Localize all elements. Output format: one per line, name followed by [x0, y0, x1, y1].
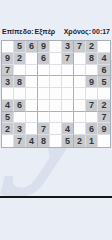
sudoku-cell-r8c3[interactable] [26, 123, 38, 135]
sudoku-cell-r6c3[interactable] [26, 100, 38, 112]
sudoku-cell-r6c9[interactable]: 2 [98, 100, 110, 112]
sudoku-cell-r2c2[interactable]: 2 [14, 53, 26, 65]
sudoku-cell-r8c1[interactable]: 2 [2, 123, 14, 135]
sudoku-cell-r5c1[interactable] [2, 88, 14, 100]
sudoku-cell-r7c5[interactable] [50, 112, 62, 124]
sudoku-cell-r4c1[interactable]: 3 [2, 76, 14, 88]
sudoku-cell-r3c8[interactable] [86, 65, 98, 77]
time-value: 00:17 [92, 28, 110, 35]
sudoku-cell-r2c3[interactable] [26, 53, 38, 65]
sudoku-cell-r9c3[interactable]: 4 [26, 135, 38, 147]
sudoku-cell-r6c2[interactable]: 6 [14, 100, 26, 112]
sudoku-cell-r7c9[interactable]: 7 [98, 112, 110, 124]
sudoku-cell-r1c7[interactable]: 7 [74, 41, 86, 53]
sudoku-cell-r5c8[interactable] [86, 88, 98, 100]
sudoku-cell-r5c6[interactable] [62, 88, 74, 100]
sudoku-cell-r1c4[interactable]: 9 [38, 41, 50, 53]
sudoku-cell-r5c9[interactable] [98, 88, 110, 100]
sudoku-cell-r6c5[interactable] [50, 100, 62, 112]
sudoku-cell-r3c9[interactable]: 6 [98, 65, 110, 77]
sudoku-cell-r7c1[interactable]: 5 [2, 112, 14, 124]
sudoku-cell-r9c6[interactable]: 5 [62, 135, 74, 147]
sudoku-cell-r2c8[interactable]: 8 [86, 53, 98, 65]
sudoku-cell-r4c9[interactable]: 5 [98, 76, 110, 88]
sudoku-cell-r6c8[interactable]: 7 [86, 100, 98, 112]
sudoku-cell-r9c2[interactable]: 7 [14, 135, 26, 147]
sudoku-cell-r1c6[interactable]: 3 [62, 41, 74, 53]
sudoku-cell-r4c3[interactable] [26, 76, 38, 88]
level-indicator: Επίπεδο: Εξπέρ [2, 28, 55, 35]
sudoku-cell-r8c8[interactable]: 6 [86, 123, 98, 135]
sudoku-cell-r8c5[interactable] [50, 123, 62, 135]
sudoku-cell-r2c7[interactable] [74, 53, 86, 65]
time-label: Χρόνος: [64, 28, 91, 35]
sudoku-cell-r6c6[interactable] [62, 100, 74, 112]
sudoku-cell-r5c3[interactable] [26, 88, 38, 100]
sudoku-cell-r3c3[interactable] [26, 65, 38, 77]
sudoku-cell-r7c8[interactable] [86, 112, 98, 124]
sudoku-cell-r6c1[interactable]: 4 [2, 100, 14, 112]
sudoku-cell-r7c7[interactable] [74, 112, 86, 124]
sudoku-cell-r4c4[interactable] [38, 76, 50, 88]
sudoku-cell-r9c7[interactable]: 2 [74, 135, 86, 147]
sudoku-cell-r8c4[interactable]: 7 [38, 123, 50, 135]
sudoku-cell-r5c7[interactable] [74, 88, 86, 100]
sudoku-cell-r5c2[interactable] [14, 88, 26, 100]
sudoku-cell-r3c7[interactable] [74, 65, 86, 77]
sudoku-cell-r5c4[interactable] [38, 88, 50, 100]
sudoku-cell-r2c5[interactable] [50, 53, 62, 65]
sudoku-cell-r9c1[interactable] [2, 135, 14, 147]
sudoku-cell-r4c7[interactable] [74, 76, 86, 88]
sudoku-cell-r1c3[interactable]: 6 [26, 41, 38, 53]
sudoku-board[interactable]: 569372926784763895467257237469748521 [1, 40, 111, 148]
sudoku-cell-r8c6[interactable]: 4 [62, 123, 74, 135]
sudoku-cell-r3c6[interactable] [62, 65, 74, 77]
sudoku-cell-r5c5[interactable] [50, 88, 62, 100]
status-bar: Επίπεδο: Εξπέρ Χρόνος: 00:17 [2, 26, 110, 37]
sudoku-cell-r1c2[interactable]: 5 [14, 41, 26, 53]
sudoku-cell-r7c6[interactable] [62, 112, 74, 124]
sudoku-cell-r2c6[interactable]: 7 [62, 53, 74, 65]
sudoku-cell-r1c5[interactable] [50, 41, 62, 53]
timer-indicator: Χρόνος: 00:17 [64, 28, 110, 35]
sudoku-cell-r4c6[interactable] [62, 76, 74, 88]
sudoku-cell-r3c1[interactable]: 7 [2, 65, 14, 77]
sudoku-cell-r4c2[interactable]: 8 [14, 76, 26, 88]
sudoku-cell-r3c4[interactable] [38, 65, 50, 77]
sudoku-cell-r1c9[interactable] [98, 41, 110, 53]
sudoku-cell-r3c5[interactable] [50, 65, 62, 77]
sudoku-cell-r7c2[interactable] [14, 112, 26, 124]
sudoku-cell-r8c7[interactable] [74, 123, 86, 135]
sudoku-cell-r4c8[interactable]: 9 [86, 76, 98, 88]
sudoku-cell-r2c1[interactable]: 9 [2, 53, 14, 65]
sudoku-cell-r7c3[interactable] [26, 112, 38, 124]
sudoku-cell-r6c7[interactable] [74, 100, 86, 112]
sudoku-cell-r1c8[interactable]: 2 [86, 41, 98, 53]
sudoku-cell-r3c2[interactable] [14, 65, 26, 77]
sudoku-cell-r8c2[interactable]: 3 [14, 123, 26, 135]
sudoku-cell-r4c5[interactable] [50, 76, 62, 88]
sudoku-cell-r2c4[interactable]: 6 [38, 53, 50, 65]
level-label: Επίπεδο: [2, 28, 34, 35]
sudoku-cell-r9c8[interactable]: 1 [86, 135, 98, 147]
sudoku-cell-r2c9[interactable]: 4 [98, 53, 110, 65]
sudoku-cell-r9c4[interactable]: 8 [38, 135, 50, 147]
level-value: Εξπέρ [35, 28, 56, 35]
sudoku-cell-r6c4[interactable] [38, 100, 50, 112]
sudoku-cell-r1c1[interactable] [2, 41, 14, 53]
sudoku-cell-r9c9[interactable] [98, 135, 110, 147]
sudoku-cell-r8c9[interactable]: 9 [98, 123, 110, 135]
bottom-divider [0, 196, 112, 198]
sudoku-cell-r9c5[interactable] [50, 135, 62, 147]
sudoku-cell-r7c4[interactable] [38, 112, 50, 124]
